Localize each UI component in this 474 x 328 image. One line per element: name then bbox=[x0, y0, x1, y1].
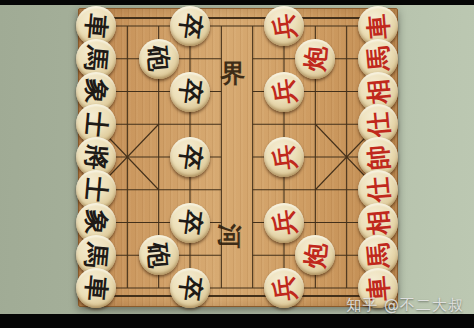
piece-glyph: 炮 bbox=[302, 45, 329, 72]
piece-glyph: 象 bbox=[82, 209, 109, 236]
piece-black-cannon[interactable]: 砲 bbox=[139, 39, 179, 79]
piece-glyph: 仕 bbox=[364, 111, 391, 138]
piece-red-soldier[interactable]: 兵 bbox=[264, 203, 304, 243]
piece-glyph: 帥 bbox=[364, 143, 391, 170]
piece-glyph: 卒 bbox=[176, 143, 204, 171]
piece-glyph: 卒 bbox=[176, 208, 204, 236]
piece-glyph: 炮 bbox=[302, 242, 329, 269]
piece-glyph: 卒 bbox=[176, 274, 204, 302]
piece-glyph: 兵 bbox=[270, 77, 298, 105]
piece-red-soldier[interactable]: 兵 bbox=[264, 268, 304, 308]
piece-red-soldier[interactable]: 兵 bbox=[264, 72, 304, 112]
piece-glyph: 馬 bbox=[364, 242, 391, 269]
piece-glyph: 士 bbox=[82, 176, 109, 203]
piece-glyph: 兵 bbox=[270, 274, 298, 302]
piece-glyph: 兵 bbox=[270, 208, 298, 236]
piece-glyph: 士 bbox=[82, 111, 109, 138]
piece-red-soldier[interactable]: 兵 bbox=[264, 137, 304, 177]
piece-black-soldier[interactable]: 卒 bbox=[170, 203, 210, 243]
piece-glyph: 砲 bbox=[145, 45, 172, 72]
xiangqi-board: 界 河 車馬象士將士象馬車砲砲卒卒卒卒卒兵兵兵兵兵炮炮車馬相仕帥仕相馬車 bbox=[78, 8, 398, 307]
piece-glyph: 兵 bbox=[270, 143, 298, 171]
piece-black-soldier[interactable]: 卒 bbox=[170, 268, 210, 308]
piece-glyph: 相 bbox=[364, 78, 391, 105]
piece-glyph: 車 bbox=[82, 274, 109, 301]
piece-glyph: 相 bbox=[364, 209, 391, 236]
piece-glyph: 車 bbox=[364, 12, 391, 39]
piece-glyph: 馬 bbox=[82, 242, 109, 269]
piece-glyph: 卒 bbox=[176, 12, 204, 40]
top-letterbox-bar bbox=[0, 0, 474, 5]
piece-glyph: 卒 bbox=[176, 77, 204, 105]
piece-black-soldier[interactable]: 卒 bbox=[170, 72, 210, 112]
piece-glyph: 車 bbox=[82, 12, 109, 39]
piece-black-soldier[interactable]: 卒 bbox=[170, 137, 210, 177]
piece-glyph: 象 bbox=[82, 78, 109, 105]
piece-glyph: 馬 bbox=[82, 45, 109, 72]
board-grid bbox=[79, 9, 397, 306]
piece-black-soldier[interactable]: 卒 bbox=[170, 6, 210, 46]
bottom-letterbox-bar bbox=[0, 314, 474, 328]
piece-glyph: 馬 bbox=[364, 45, 391, 72]
piece-red-cannon[interactable]: 炮 bbox=[295, 39, 335, 79]
piece-glyph: 仕 bbox=[364, 176, 391, 203]
piece-black-chariot[interactable]: 車 bbox=[76, 268, 116, 308]
piece-glyph: 砲 bbox=[145, 242, 172, 269]
piece-black-cannon[interactable]: 砲 bbox=[139, 235, 179, 275]
piece-red-soldier[interactable]: 兵 bbox=[264, 6, 304, 46]
piece-glyph: 兵 bbox=[270, 12, 298, 40]
screenshot: 界 河 車馬象士將士象馬車砲砲卒卒卒卒卒兵兵兵兵兵炮炮車馬相仕帥仕相馬車 知乎 … bbox=[0, 0, 474, 328]
watermark: 知乎 @不二大叔 bbox=[346, 296, 464, 315]
piece-glyph: 將 bbox=[82, 143, 109, 170]
